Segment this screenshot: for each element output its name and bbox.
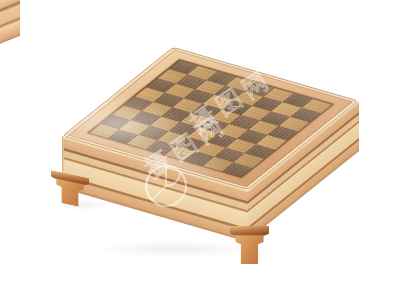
box-foot-right — [0, 0, 20, 44]
chess-board-photo: 摄图网 摄图网 — [0, 0, 403, 300]
